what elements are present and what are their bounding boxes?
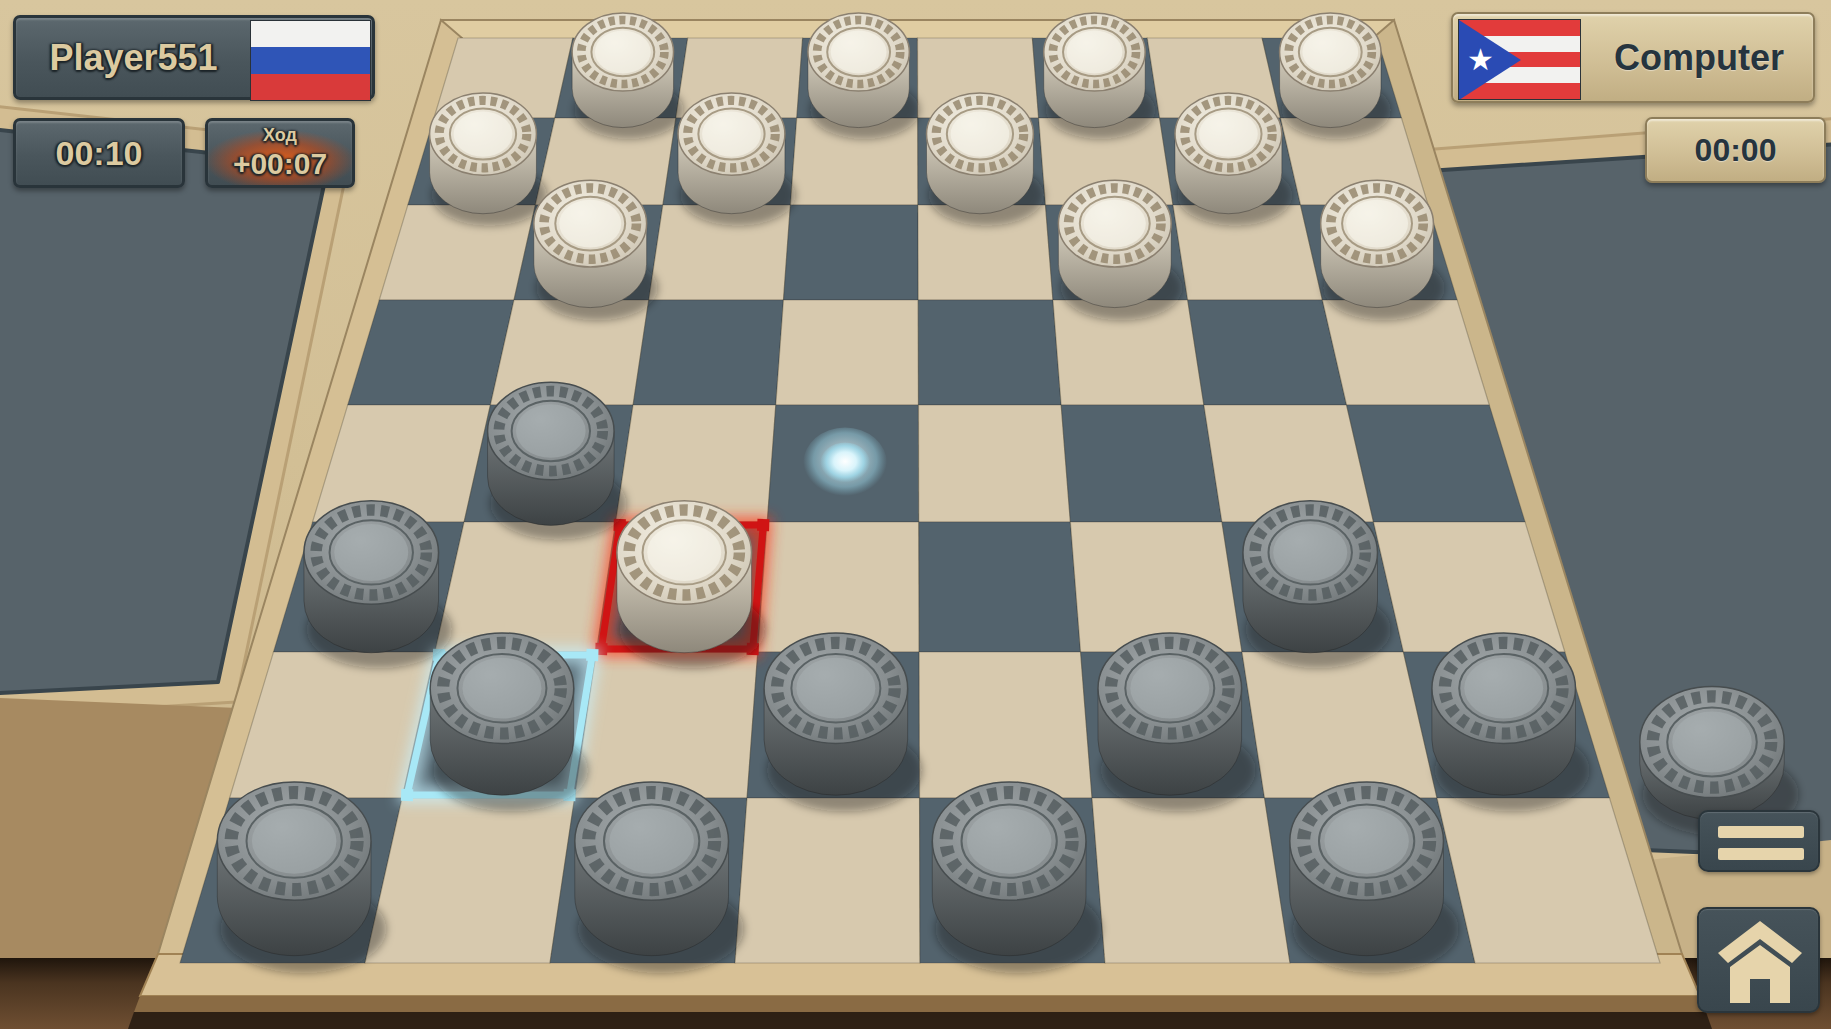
black-piece[interactable] bbox=[430, 633, 588, 812]
board-cell[interactable] bbox=[918, 405, 1070, 522]
white-piece[interactable] bbox=[1175, 93, 1293, 226]
move-hint-dot[interactable] bbox=[820, 443, 870, 485]
black-piece[interactable] bbox=[1243, 501, 1391, 669]
white-piece[interactable] bbox=[808, 13, 920, 139]
black-piece[interactable] bbox=[932, 782, 1101, 974]
black-piece[interactable] bbox=[488, 382, 627, 540]
move-timer: +00:07 bbox=[208, 147, 352, 181]
player-plate: Player551 bbox=[13, 15, 375, 100]
white-piece[interactable] bbox=[617, 501, 765, 669]
black-piece[interactable] bbox=[217, 782, 386, 974]
white-piece[interactable] bbox=[1058, 180, 1182, 321]
menu-button[interactable] bbox=[1698, 810, 1820, 872]
white-piece[interactable] bbox=[678, 93, 796, 226]
black-piece[interactable] bbox=[304, 501, 452, 669]
player-timer: 00:10 bbox=[13, 118, 185, 188]
board-cell[interactable] bbox=[435, 522, 616, 652]
white-piece[interactable] bbox=[534, 180, 658, 321]
move-label: Ход bbox=[208, 125, 352, 146]
white-piece[interactable] bbox=[430, 93, 548, 226]
board-cell[interactable] bbox=[735, 798, 920, 963]
white-piece[interactable] bbox=[1280, 13, 1392, 139]
white-piece[interactable] bbox=[572, 13, 684, 139]
computer-plate: ★ Computer bbox=[1451, 12, 1815, 103]
move-timer-plate: Ход +00:07 bbox=[205, 118, 355, 188]
board-cell[interactable] bbox=[1242, 652, 1437, 798]
board-cell[interactable] bbox=[1092, 798, 1290, 963]
russia-flag-icon bbox=[250, 20, 371, 101]
home-icon bbox=[1712, 919, 1809, 1005]
white-piece[interactable] bbox=[1044, 13, 1156, 139]
black-piece[interactable] bbox=[575, 782, 744, 974]
player-name: Player551 bbox=[16, 18, 251, 97]
board-cell[interactable] bbox=[1070, 522, 1242, 652]
black-piece[interactable] bbox=[1098, 633, 1256, 812]
black-piece[interactable] bbox=[1290, 782, 1459, 974]
puerto-rico-flag-icon: ★ bbox=[1458, 19, 1581, 100]
board-cell[interactable] bbox=[919, 652, 1092, 798]
computer-name: Computer bbox=[1585, 14, 1813, 101]
board-cell[interactable] bbox=[776, 300, 919, 405]
game-scene: Player551 00:10 Ход +00:07 ★ Computer 00… bbox=[0, 0, 1831, 1029]
home-button[interactable] bbox=[1697, 907, 1820, 1013]
white-piece[interactable] bbox=[927, 93, 1045, 226]
white-piece[interactable] bbox=[1321, 180, 1445, 321]
computer-timer: 00:00 bbox=[1645, 117, 1826, 183]
board-cell[interactable] bbox=[575, 652, 758, 798]
black-piece[interactable] bbox=[1432, 633, 1590, 812]
black-piece[interactable] bbox=[764, 633, 922, 812]
board-cell[interactable] bbox=[365, 798, 575, 963]
